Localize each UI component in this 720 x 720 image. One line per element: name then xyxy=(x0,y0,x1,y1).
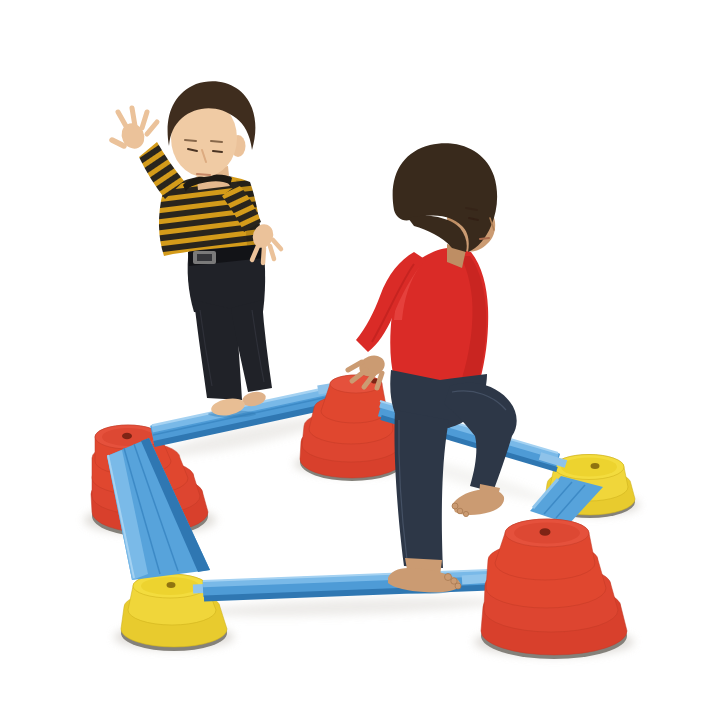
stone-top-hole xyxy=(591,463,600,469)
boy-mouth xyxy=(197,174,210,175)
stone-top-hole xyxy=(167,582,176,588)
balance-course-scene xyxy=(0,0,720,720)
girl-mouth xyxy=(480,238,489,239)
stone-top-hole xyxy=(540,528,551,536)
balance-course-photo xyxy=(0,0,720,720)
stone-top-hole xyxy=(122,433,132,439)
